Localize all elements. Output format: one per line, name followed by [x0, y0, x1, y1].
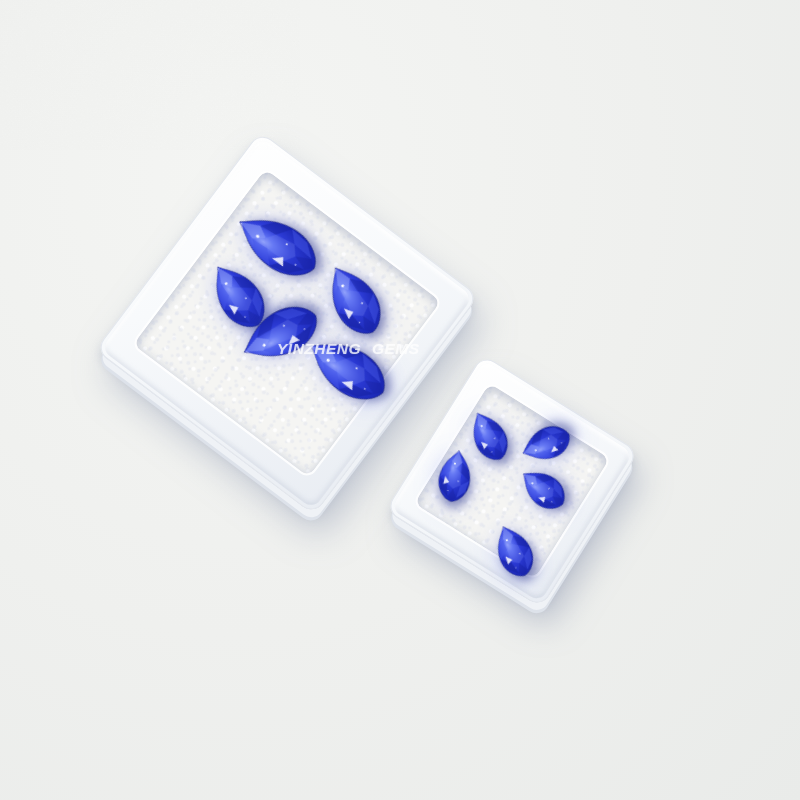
large-box-foam-insert: [133, 169, 441, 477]
photo-stage: YINZHENG GEMS: [0, 0, 800, 800]
background-texture: [0, 0, 300, 150]
small-display-box: [385, 354, 639, 608]
small-box-foam-insert: [414, 383, 610, 579]
